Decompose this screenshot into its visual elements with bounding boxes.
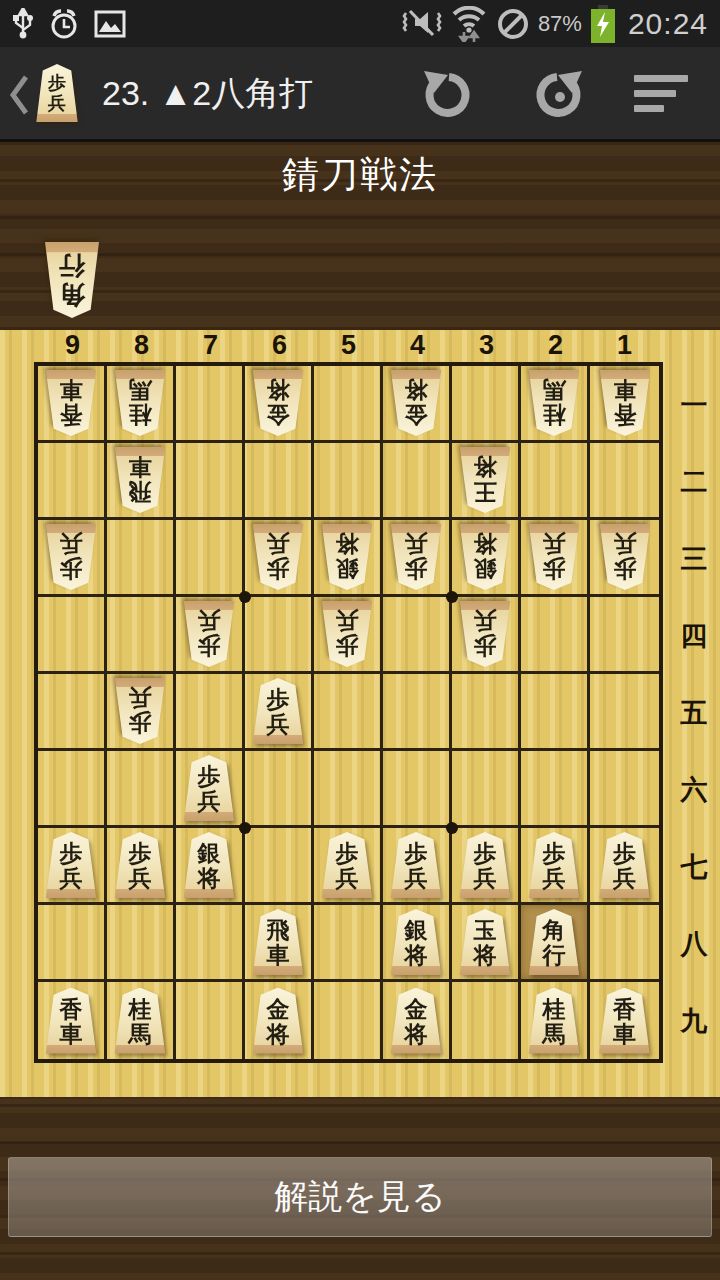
toolbar-piece-icon: 歩兵 xyxy=(34,64,80,122)
board-cell[interactable]: 歩兵 xyxy=(176,597,245,674)
data-disabled-icon xyxy=(496,7,530,41)
board-grid: 香車桂馬金将金将桂馬香車飛車王将歩兵歩兵銀将歩兵銀将歩兵歩兵歩兵歩兵歩兵歩兵歩兵… xyxy=(34,362,663,1063)
shogi-piece-gote[interactable]: 金将 xyxy=(388,370,444,436)
board-cell[interactable]: 歩兵 xyxy=(245,520,314,597)
board-cell[interactable] xyxy=(245,597,314,674)
board-cell[interactable]: 金将 xyxy=(383,982,452,1059)
shogi-piece-gote[interactable]: 銀将 xyxy=(457,524,513,590)
board-cell[interactable] xyxy=(38,905,107,982)
board-cell[interactable] xyxy=(176,366,245,443)
board-cell[interactable]: 歩兵 xyxy=(107,674,176,751)
board-cell[interactable]: 歩兵 xyxy=(314,597,383,674)
file-label: 7 xyxy=(176,330,245,360)
hoshi-dot xyxy=(239,591,251,603)
shogi-piece-gote[interactable]: 歩兵 xyxy=(457,601,513,667)
shogi-piece-sente[interactable]: 歩兵 xyxy=(319,832,375,898)
rank-label: 四 xyxy=(672,597,716,674)
shogi-piece-gote[interactable]: 歩兵 xyxy=(250,524,306,590)
board-cell[interactable] xyxy=(245,751,314,828)
board-cell[interactable]: 銀将 xyxy=(176,828,245,905)
shogi-piece-sente[interactable]: 歩兵 xyxy=(526,832,582,898)
board-cell[interactable]: 歩兵 xyxy=(38,520,107,597)
file-label: 3 xyxy=(452,330,521,360)
shogi-piece-gote[interactable]: 歩兵 xyxy=(112,678,168,744)
status-bar: 87% 20:24 xyxy=(0,0,720,47)
shogi-piece-sente[interactable]: 歩兵 xyxy=(457,832,513,898)
rank-label: 三 xyxy=(672,520,716,597)
file-label: 8 xyxy=(107,330,176,360)
rank-label: 九 xyxy=(672,982,716,1059)
board-cell[interactable]: 銀将 xyxy=(383,905,452,982)
board-cell[interactable]: 歩兵 xyxy=(383,828,452,905)
file-label: 6 xyxy=(245,330,314,360)
board-cell[interactable]: 王将 xyxy=(452,443,521,520)
board-cell[interactable] xyxy=(107,520,176,597)
board-cell[interactable]: 角行 xyxy=(521,905,590,982)
board-cell[interactable]: 金将 xyxy=(383,366,452,443)
rank-label: 一 xyxy=(672,366,716,443)
board-cell[interactable] xyxy=(38,443,107,520)
board-cell[interactable] xyxy=(176,443,245,520)
board-cell[interactable]: 玉将 xyxy=(452,905,521,982)
board-cell[interactable]: 歩兵 xyxy=(176,751,245,828)
shogi-piece-gote[interactable]: 飛車 xyxy=(112,447,168,513)
board-cell[interactable]: 飛車 xyxy=(245,905,314,982)
hoshi-dot xyxy=(446,591,458,603)
board-cell[interactable] xyxy=(452,751,521,828)
view-commentary-button[interactable]: 解説を見る xyxy=(8,1157,712,1237)
shogi-piece-gote[interactable]: 歩兵 xyxy=(526,524,582,590)
board-cell[interactable] xyxy=(383,443,452,520)
board-cell[interactable]: 香車 xyxy=(38,982,107,1059)
board-cell[interactable] xyxy=(521,597,590,674)
wood-background: 錆刀戦法 角行 987654321 香車桂馬金将金将桂馬香車飛車王将歩兵歩兵銀将… xyxy=(0,142,720,1280)
shogi-piece-sente[interactable]: 金将 xyxy=(388,988,444,1054)
vibrate-mute-icon xyxy=(402,7,442,41)
shogi-piece-gote[interactable]: 歩兵 xyxy=(319,601,375,667)
shogi-piece-gote[interactable]: 香車 xyxy=(597,370,653,436)
board-cell[interactable]: 飛車 xyxy=(107,443,176,520)
shogi-piece-gote[interactable]: 角行 xyxy=(42,242,102,318)
board-cell[interactable] xyxy=(521,443,590,520)
board-cell[interactable] xyxy=(38,674,107,751)
wifi-data-icon xyxy=(450,6,488,42)
board-cell[interactable] xyxy=(452,982,521,1059)
board-cell[interactable] xyxy=(590,597,659,674)
board-cell[interactable] xyxy=(314,751,383,828)
shogi-piece-sente[interactable]: 歩兵 xyxy=(181,755,237,821)
file-label: 5 xyxy=(314,330,383,360)
shogi-piece-sente[interactable]: 角行 xyxy=(526,909,582,975)
board-cell[interactable]: 銀将 xyxy=(452,520,521,597)
board-cell[interactable]: 歩兵 xyxy=(452,828,521,905)
shogi-piece-gote[interactable]: 金将 xyxy=(250,370,306,436)
menu-button[interactable] xyxy=(634,75,690,120)
board-cell[interactable] xyxy=(521,674,590,751)
board-cell[interactable]: 香車 xyxy=(590,982,659,1059)
rank-label: 八 xyxy=(672,905,716,982)
shogi-piece-sente[interactable]: 歩兵 xyxy=(388,832,444,898)
board-cell[interactable]: 歩兵 xyxy=(38,828,107,905)
board-cell[interactable]: 香車 xyxy=(590,366,659,443)
shogi-piece-sente[interactable]: 銀将 xyxy=(388,909,444,975)
board-cell[interactable]: 歩兵 xyxy=(521,520,590,597)
board-cell[interactable]: 桂馬 xyxy=(521,982,590,1059)
board-cell[interactable]: 歩兵 xyxy=(245,674,314,751)
shogi-piece-gote[interactable]: 歩兵 xyxy=(181,601,237,667)
file-label: 4 xyxy=(383,330,452,360)
board-cell[interactable] xyxy=(245,443,314,520)
file-labels: 987654321 xyxy=(38,330,659,360)
page-title: 錆刀戦法 xyxy=(0,150,720,200)
board-panel: 987654321 香車桂馬金将金将桂馬香車飛車王将歩兵歩兵銀将歩兵銀将歩兵歩兵… xyxy=(0,330,720,1097)
board-cell[interactable]: 歩兵 xyxy=(590,520,659,597)
board-cell[interactable] xyxy=(314,366,383,443)
shogi-piece-sente[interactable]: 歩兵 xyxy=(43,832,99,898)
board-cell[interactable] xyxy=(314,905,383,982)
shogi-piece-sente[interactable]: 歩兵 xyxy=(250,678,306,744)
board-cell[interactable] xyxy=(314,443,383,520)
file-label: 2 xyxy=(521,330,590,360)
board-cell[interactable] xyxy=(176,674,245,751)
board-cell[interactable] xyxy=(452,674,521,751)
shogi-piece-gote[interactable]: 桂馬 xyxy=(112,370,168,436)
board-cell[interactable] xyxy=(38,751,107,828)
shogi-piece-sente[interactable]: 歩兵 xyxy=(112,832,168,898)
move-label: 23. ▲2八角打 xyxy=(102,71,313,117)
back-button[interactable] xyxy=(8,73,30,121)
board-cell[interactable]: 歩兵 xyxy=(452,597,521,674)
board-cell[interactable] xyxy=(383,674,452,751)
shogi-piece-gote[interactable]: 銀将 xyxy=(319,524,375,590)
board-cell[interactable] xyxy=(590,443,659,520)
rank-labels: 一二三四五六七八九 xyxy=(672,366,716,1059)
battery-charging-icon xyxy=(590,5,616,43)
board-cell[interactable] xyxy=(452,366,521,443)
board-cell[interactable] xyxy=(521,751,590,828)
hoshi-dot xyxy=(446,822,458,834)
rank-label: 六 xyxy=(672,751,716,828)
file-label: 9 xyxy=(38,330,107,360)
board-cell[interactable] xyxy=(590,674,659,751)
board-cell[interactable] xyxy=(176,520,245,597)
shogi-piece-sente[interactable]: 飛車 xyxy=(250,909,306,975)
gote-hand[interactable]: 角行 xyxy=(42,242,102,318)
shogi-piece-gote[interactable]: 桂馬 xyxy=(526,370,582,436)
undo-button[interactable] xyxy=(420,69,472,125)
board-cell[interactable] xyxy=(383,597,452,674)
board-cell[interactable] xyxy=(314,982,383,1059)
shogi-piece-sente[interactable]: 香車 xyxy=(597,988,653,1054)
shogi-piece-sente[interactable]: 玉将 xyxy=(457,909,513,975)
board-cell[interactable] xyxy=(107,751,176,828)
redo-button[interactable] xyxy=(534,69,586,125)
board-cell[interactable]: 桂馬 xyxy=(107,982,176,1059)
board-cell[interactable]: 歩兵 xyxy=(521,828,590,905)
shogi-piece-sente[interactable]: 桂馬 xyxy=(526,988,582,1054)
shogi-piece-sente[interactable]: 歩兵 xyxy=(34,64,80,122)
board-cell[interactable] xyxy=(590,751,659,828)
shogi-piece-gote[interactable]: 王将 xyxy=(457,447,513,513)
shogi-piece-sente[interactable]: 金将 xyxy=(250,988,306,1054)
board-cell[interactable] xyxy=(107,905,176,982)
app-screen: 87% 20:24 歩兵 23. ▲2八角打 xyxy=(0,0,720,1280)
shogi-piece-sente[interactable]: 銀将 xyxy=(181,832,237,898)
board-cell[interactable]: 歩兵 xyxy=(590,828,659,905)
rank-label: 二 xyxy=(672,443,716,520)
rank-label: 五 xyxy=(672,674,716,751)
clock-text: 20:24 xyxy=(628,7,708,41)
file-label: 1 xyxy=(590,330,659,360)
shogi-piece-sente[interactable]: 香車 xyxy=(43,988,99,1054)
board-cell[interactable]: 桂馬 xyxy=(107,366,176,443)
shogi-piece-sente[interactable]: 桂馬 xyxy=(112,988,168,1054)
board-cell[interactable]: 香車 xyxy=(38,366,107,443)
board-cell[interactable] xyxy=(590,905,659,982)
hoshi-dot xyxy=(239,822,251,834)
toolbar: 歩兵 23. ▲2八角打 xyxy=(0,47,720,142)
board-cell[interactable] xyxy=(314,674,383,751)
battery-percent: 87% xyxy=(538,11,582,37)
board-cell[interactable]: 金将 xyxy=(245,982,314,1059)
shogi-piece-gote[interactable]: 歩兵 xyxy=(388,524,444,590)
board-cell[interactable] xyxy=(176,905,245,982)
board-cell[interactable] xyxy=(176,982,245,1059)
board-cell[interactable]: 桂馬 xyxy=(521,366,590,443)
shogi-piece-gote[interactable]: 歩兵 xyxy=(597,524,653,590)
board-cell[interactable] xyxy=(245,828,314,905)
board-cell[interactable]: 歩兵 xyxy=(107,828,176,905)
shogi-piece-sente[interactable]: 歩兵 xyxy=(597,832,653,898)
gallery-icon xyxy=(94,8,126,40)
board-cell[interactable] xyxy=(383,751,452,828)
alarm-clock-icon xyxy=(48,8,80,40)
shogi-piece-gote[interactable]: 香車 xyxy=(43,370,99,436)
rank-label: 七 xyxy=(672,828,716,905)
usb-icon xyxy=(12,8,34,40)
board-cell[interactable] xyxy=(38,597,107,674)
shogi-piece-gote[interactable]: 歩兵 xyxy=(43,524,99,590)
board-cell[interactable] xyxy=(107,597,176,674)
board-cell[interactable]: 銀将 xyxy=(314,520,383,597)
board-cell[interactable]: 金将 xyxy=(245,366,314,443)
board-cell[interactable]: 歩兵 xyxy=(383,520,452,597)
board-cell[interactable]: 歩兵 xyxy=(314,828,383,905)
